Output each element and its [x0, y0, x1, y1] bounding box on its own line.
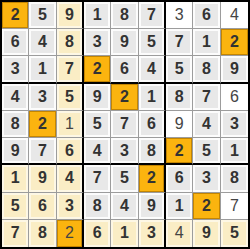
cell-r7c5[interactable]: 5: [111, 165, 138, 192]
cell-r3c6[interactable]: 4: [139, 56, 166, 83]
cell-r7c1[interactable]: 1: [2, 165, 29, 192]
cell-r8c2[interactable]: 6: [29, 193, 56, 220]
cell-r6c6[interactable]: 8: [139, 138, 166, 165]
cell-r5c7[interactable]: 9: [166, 111, 193, 138]
cell-r7c8[interactable]: 3: [193, 165, 220, 192]
cell-r9c5[interactable]: 1: [111, 220, 138, 247]
cell-r3c3[interactable]: 7: [57, 56, 84, 83]
cell-r4c2[interactable]: 3: [29, 84, 56, 111]
cell-r9c8[interactable]: 9: [193, 220, 220, 247]
cell-r1c8[interactable]: 6: [193, 2, 220, 29]
cell-r3c1[interactable]: 3: [2, 56, 29, 83]
cell-r2c7[interactable]: 7: [166, 29, 193, 56]
cell-r9c4[interactable]: 6: [84, 220, 111, 247]
cell-r5c3[interactable]: 1: [57, 111, 84, 138]
cell-r3c8[interactable]: 8: [193, 56, 220, 83]
cell-r8c3[interactable]: 3: [57, 193, 84, 220]
cell-r5c4[interactable]: 5: [84, 111, 111, 138]
cell-r5c8[interactable]: 4: [193, 111, 220, 138]
cell-r4c8[interactable]: 7: [193, 84, 220, 111]
cell-r2c3[interactable]: 8: [57, 29, 84, 56]
cell-r2c6[interactable]: 5: [139, 29, 166, 56]
cell-r9c6[interactable]: 3: [139, 220, 166, 247]
cell-r2c5[interactable]: 9: [111, 29, 138, 56]
cell-r2c4[interactable]: 3: [84, 29, 111, 56]
cell-r1c7[interactable]: 3: [166, 2, 193, 29]
cell-r7c7[interactable]: 6: [166, 165, 193, 192]
cell-r8c1[interactable]: 5: [2, 193, 29, 220]
cell-r8c6[interactable]: 9: [139, 193, 166, 220]
cell-r4c7[interactable]: 8: [166, 84, 193, 111]
cell-r1c5[interactable]: 8: [111, 2, 138, 29]
cell-r6c1[interactable]: 9: [2, 138, 29, 165]
cell-r1c2[interactable]: 5: [29, 2, 56, 29]
cell-r8c4[interactable]: 8: [84, 193, 111, 220]
sudoku-board: 2591873646483957123172645894359218768215…: [0, 0, 250, 249]
cell-r6c5[interactable]: 3: [111, 138, 138, 165]
cell-r6c2[interactable]: 7: [29, 138, 56, 165]
cell-r8c9[interactable]: 7: [221, 193, 248, 220]
cell-r3c2[interactable]: 1: [29, 56, 56, 83]
cell-r2c8[interactable]: 1: [193, 29, 220, 56]
cell-r2c1[interactable]: 6: [2, 29, 29, 56]
cell-r2c2[interactable]: 4: [29, 29, 56, 56]
cell-r3c5[interactable]: 6: [111, 56, 138, 83]
cell-r4c6[interactable]: 1: [139, 84, 166, 111]
cell-r9c2[interactable]: 8: [29, 220, 56, 247]
cell-r4c3[interactable]: 5: [57, 84, 84, 111]
cell-r9c9[interactable]: 5: [221, 220, 248, 247]
cell-r9c1[interactable]: 7: [2, 220, 29, 247]
cell-r4c4[interactable]: 9: [84, 84, 111, 111]
cell-r7c2[interactable]: 9: [29, 165, 56, 192]
cell-r1c9[interactable]: 4: [221, 2, 248, 29]
cell-r7c9[interactable]: 8: [221, 165, 248, 192]
cell-r1c1[interactable]: 2: [2, 2, 29, 29]
cell-r1c3[interactable]: 9: [57, 2, 84, 29]
cell-r7c3[interactable]: 4: [57, 165, 84, 192]
cell-r5c2[interactable]: 2: [29, 111, 56, 138]
cell-r3c4[interactable]: 2: [84, 56, 111, 83]
cell-r9c7[interactable]: 4: [166, 220, 193, 247]
cell-r4c9[interactable]: 6: [221, 84, 248, 111]
cell-r1c4[interactable]: 1: [84, 2, 111, 29]
cell-r7c4[interactable]: 7: [84, 165, 111, 192]
cell-r5c5[interactable]: 7: [111, 111, 138, 138]
cell-r1c6[interactable]: 7: [139, 2, 166, 29]
cell-r8c5[interactable]: 4: [111, 193, 138, 220]
cell-r3c7[interactable]: 5: [166, 56, 193, 83]
cell-r6c9[interactable]: 1: [221, 138, 248, 165]
cell-r6c3[interactable]: 6: [57, 138, 84, 165]
cell-r4c1[interactable]: 4: [2, 84, 29, 111]
cell-r8c8[interactable]: 2: [193, 193, 220, 220]
cell-r6c4[interactable]: 4: [84, 138, 111, 165]
cell-r8c7[interactable]: 1: [166, 193, 193, 220]
cell-r5c9[interactable]: 3: [221, 111, 248, 138]
cell-r5c1[interactable]: 8: [2, 111, 29, 138]
cell-r5c6[interactable]: 6: [139, 111, 166, 138]
cell-r9c3[interactable]: 2: [57, 220, 84, 247]
cell-r6c7[interactable]: 2: [166, 138, 193, 165]
cell-r3c9[interactable]: 9: [221, 56, 248, 83]
cell-r6c8[interactable]: 5: [193, 138, 220, 165]
cell-r7c6[interactable]: 2: [139, 165, 166, 192]
cell-r2c9[interactable]: 2: [221, 29, 248, 56]
cell-r4c5[interactable]: 2: [111, 84, 138, 111]
